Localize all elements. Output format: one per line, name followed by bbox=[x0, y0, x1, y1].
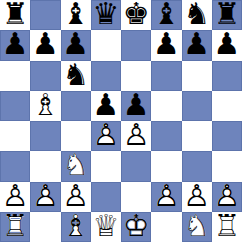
square-d4[interactable]: ♟♙ bbox=[91, 121, 121, 151]
square-e4[interactable]: ♟♙ bbox=[121, 121, 151, 151]
piece-black-rook-h8[interactable]: ♜ bbox=[212, 0, 242, 30]
piece-white-pawn-f2[interactable]: ♟♙ bbox=[151, 182, 181, 212]
square-d8[interactable]: ♛ bbox=[91, 0, 121, 30]
black-pawn-icon: ♟ bbox=[123, 91, 150, 121]
square-a4[interactable] bbox=[0, 121, 30, 151]
black-bishop-icon: ♝ bbox=[153, 0, 180, 30]
piece-white-rook-a1[interactable]: ♜♖ bbox=[0, 212, 30, 242]
square-c5[interactable] bbox=[61, 91, 91, 121]
piece-black-pawn-h7[interactable]: ♟ bbox=[212, 30, 242, 60]
square-e3[interactable] bbox=[121, 151, 151, 181]
square-g6[interactable] bbox=[182, 61, 212, 91]
white-rook-icon: ♖ bbox=[2, 212, 29, 242]
square-h4[interactable] bbox=[212, 121, 242, 151]
square-h5[interactable] bbox=[212, 91, 242, 121]
piece-black-pawn-d5[interactable]: ♟ bbox=[91, 91, 121, 121]
square-f1[interactable] bbox=[151, 212, 181, 242]
black-queen-icon: ♛ bbox=[92, 0, 119, 30]
white-pawn-icon: ♙ bbox=[183, 182, 210, 212]
piece-white-pawn-g2[interactable]: ♟♙ bbox=[182, 182, 212, 212]
square-f7[interactable]: ♟ bbox=[151, 30, 181, 60]
piece-black-knight-g8[interactable]: ♞ bbox=[182, 0, 212, 30]
piece-white-pawn-h2[interactable]: ♟♙ bbox=[212, 182, 242, 212]
square-d1[interactable]: ♛♕ bbox=[91, 212, 121, 242]
square-g8[interactable]: ♞ bbox=[182, 0, 212, 30]
piece-white-queen-d1[interactable]: ♛♕ bbox=[91, 212, 121, 242]
square-a6[interactable] bbox=[0, 61, 30, 91]
black-pawn-icon: ♟ bbox=[153, 30, 180, 60]
white-pawn-icon: ♙ bbox=[2, 182, 29, 212]
piece-white-pawn-c2[interactable]: ♟♙ bbox=[61, 182, 91, 212]
square-g3[interactable] bbox=[182, 151, 212, 181]
square-d3[interactable] bbox=[91, 151, 121, 181]
white-rook-icon: ♖ bbox=[213, 212, 240, 242]
square-h3[interactable] bbox=[212, 151, 242, 181]
black-pawn-icon: ♟ bbox=[62, 30, 89, 60]
square-c2[interactable]: ♟♙ bbox=[61, 182, 91, 212]
black-bishop-icon: ♝ bbox=[62, 0, 89, 30]
white-pawn-icon: ♙ bbox=[123, 121, 150, 151]
piece-black-bishop-f8[interactable]: ♝ bbox=[151, 0, 181, 30]
square-c8[interactable]: ♝ bbox=[61, 0, 91, 30]
square-b6[interactable] bbox=[30, 61, 60, 91]
square-f2[interactable]: ♟♙ bbox=[151, 182, 181, 212]
square-g2[interactable]: ♟♙ bbox=[182, 182, 212, 212]
white-pawn-icon: ♙ bbox=[92, 121, 119, 151]
white-pawn-icon: ♙ bbox=[153, 182, 180, 212]
chess-board-container: ♜♝♛♚♝♞♜♟♟♟♟♟♟♞♝♗♟♟♟♙♟♙♞♘♟♙♟♙♟♙♟♙♟♙♟♙♜♖♝♗… bbox=[0, 0, 242, 242]
piece-black-king-e8[interactable]: ♚ bbox=[121, 0, 151, 30]
square-h2[interactable]: ♟♙ bbox=[212, 182, 242, 212]
square-e8[interactable]: ♚ bbox=[121, 0, 151, 30]
square-e1[interactable]: ♚♔ bbox=[121, 212, 151, 242]
square-d6[interactable] bbox=[91, 61, 121, 91]
square-a7[interactable]: ♟ bbox=[0, 30, 30, 60]
square-a8[interactable]: ♜ bbox=[0, 0, 30, 30]
white-bishop-icon: ♗ bbox=[62, 212, 89, 242]
square-h6[interactable] bbox=[212, 61, 242, 91]
square-e5[interactable]: ♟ bbox=[121, 91, 151, 121]
white-bishop-icon: ♗ bbox=[32, 91, 59, 121]
black-pawn-icon: ♟ bbox=[2, 30, 29, 60]
white-king-icon: ♔ bbox=[123, 212, 150, 242]
piece-white-pawn-d4[interactable]: ♟♙ bbox=[91, 121, 121, 151]
piece-white-pawn-a2[interactable]: ♟♙ bbox=[0, 182, 30, 212]
square-f6[interactable] bbox=[151, 61, 181, 91]
square-b1[interactable] bbox=[30, 212, 60, 242]
piece-white-bishop-c1[interactable]: ♝♗ bbox=[61, 212, 91, 242]
square-a1[interactable]: ♜♖ bbox=[0, 212, 30, 242]
piece-black-pawn-c7[interactable]: ♟ bbox=[61, 30, 91, 60]
black-rook-icon: ♜ bbox=[2, 0, 29, 30]
piece-black-queen-d8[interactable]: ♛ bbox=[91, 0, 121, 30]
piece-white-pawn-b2[interactable]: ♟♙ bbox=[30, 182, 60, 212]
piece-white-bishop-b5[interactable]: ♝♗ bbox=[30, 91, 60, 121]
chess-board: ♜♝♛♚♝♞♜♟♟♟♟♟♟♞♝♗♟♟♟♙♟♙♞♘♟♙♟♙♟♙♟♙♟♙♟♙♜♖♝♗… bbox=[0, 0, 242, 242]
square-d2[interactable] bbox=[91, 182, 121, 212]
square-c7[interactable]: ♟ bbox=[61, 30, 91, 60]
piece-black-rook-a8[interactable]: ♜ bbox=[0, 0, 30, 30]
square-g4[interactable] bbox=[182, 121, 212, 151]
square-c3[interactable]: ♞♘ bbox=[61, 151, 91, 181]
piece-white-knight-g1[interactable]: ♞♘ bbox=[182, 212, 212, 242]
square-g7[interactable]: ♟ bbox=[182, 30, 212, 60]
black-king-icon: ♚ bbox=[123, 0, 150, 30]
square-b8[interactable] bbox=[30, 0, 60, 30]
white-knight-icon: ♘ bbox=[183, 212, 210, 242]
black-rook-icon: ♜ bbox=[213, 0, 240, 30]
square-b7[interactable]: ♟ bbox=[30, 30, 60, 60]
square-b5[interactable]: ♝♗ bbox=[30, 91, 60, 121]
black-pawn-icon: ♟ bbox=[183, 30, 210, 60]
piece-black-bishop-c8[interactable]: ♝ bbox=[61, 0, 91, 30]
black-pawn-icon: ♟ bbox=[213, 30, 240, 60]
square-d5[interactable]: ♟ bbox=[91, 91, 121, 121]
square-b4[interactable] bbox=[30, 121, 60, 151]
piece-white-knight-c3[interactable]: ♞♘ bbox=[61, 151, 91, 181]
black-knight-icon: ♞ bbox=[62, 61, 89, 91]
piece-white-rook-h1[interactable]: ♜♖ bbox=[212, 212, 242, 242]
square-e7[interactable] bbox=[121, 30, 151, 60]
piece-black-pawn-a7[interactable]: ♟ bbox=[0, 30, 30, 60]
square-f3[interactable] bbox=[151, 151, 181, 181]
black-knight-icon: ♞ bbox=[183, 0, 210, 30]
piece-black-pawn-b7[interactable]: ♟ bbox=[30, 30, 60, 60]
white-knight-icon: ♘ bbox=[62, 151, 89, 181]
square-f8[interactable]: ♝ bbox=[151, 0, 181, 30]
square-e2[interactable] bbox=[121, 182, 151, 212]
square-a5[interactable] bbox=[0, 91, 30, 121]
piece-white-king-e1[interactable]: ♚♔ bbox=[121, 212, 151, 242]
square-e6[interactable] bbox=[121, 61, 151, 91]
square-b2[interactable]: ♟♙ bbox=[30, 182, 60, 212]
white-pawn-icon: ♙ bbox=[62, 182, 89, 212]
square-g1[interactable]: ♞♘ bbox=[182, 212, 212, 242]
piece-white-pawn-e4[interactable]: ♟♙ bbox=[121, 121, 151, 151]
square-a3[interactable] bbox=[0, 151, 30, 181]
piece-black-pawn-g7[interactable]: ♟ bbox=[182, 30, 212, 60]
square-a2[interactable]: ♟♙ bbox=[0, 182, 30, 212]
square-c6[interactable]: ♞ bbox=[61, 61, 91, 91]
square-b3[interactable] bbox=[30, 151, 60, 181]
square-h7[interactable]: ♟ bbox=[212, 30, 242, 60]
square-c4[interactable] bbox=[61, 121, 91, 151]
square-h1[interactable]: ♜♖ bbox=[212, 212, 242, 242]
square-h8[interactable]: ♜ bbox=[212, 0, 242, 30]
square-g5[interactable] bbox=[182, 91, 212, 121]
black-pawn-icon: ♟ bbox=[32, 30, 59, 60]
square-d7[interactable] bbox=[91, 30, 121, 60]
white-pawn-icon: ♙ bbox=[32, 182, 59, 212]
white-pawn-icon: ♙ bbox=[213, 182, 240, 212]
black-pawn-icon: ♟ bbox=[92, 91, 119, 121]
square-f5[interactable] bbox=[151, 91, 181, 121]
white-queen-icon: ♕ bbox=[92, 212, 119, 242]
square-f4[interactable] bbox=[151, 121, 181, 151]
piece-black-pawn-f7[interactable]: ♟ bbox=[151, 30, 181, 60]
piece-black-knight-c6[interactable]: ♞ bbox=[61, 61, 91, 91]
piece-black-pawn-e5[interactable]: ♟ bbox=[121, 91, 151, 121]
square-c1[interactable]: ♝♗ bbox=[61, 212, 91, 242]
